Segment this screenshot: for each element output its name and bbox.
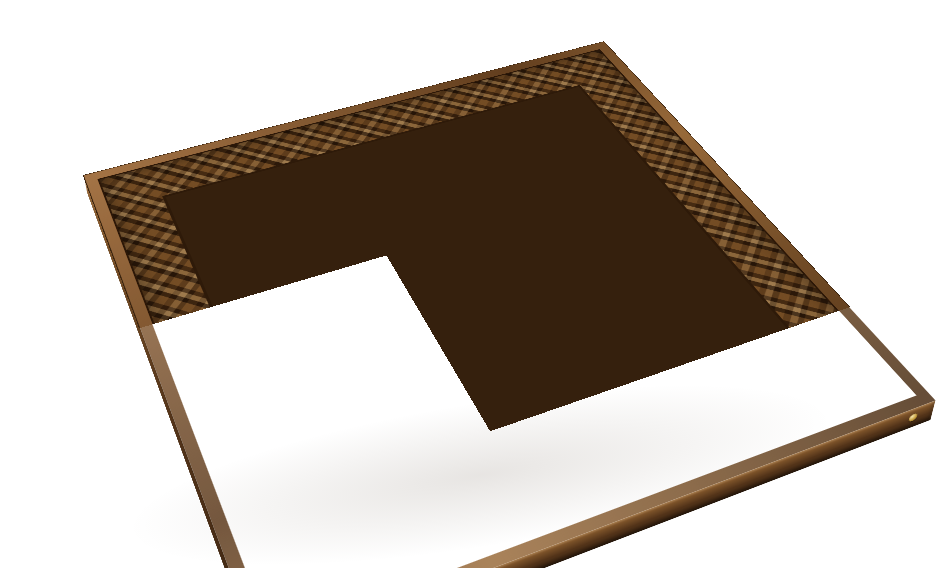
chess-board[interactable]: [84, 42, 936, 568]
photo-stage: [0, 0, 944, 568]
carved-border: [84, 42, 936, 568]
scene: [0, 0, 944, 568]
brass-pin: [908, 413, 918, 423]
